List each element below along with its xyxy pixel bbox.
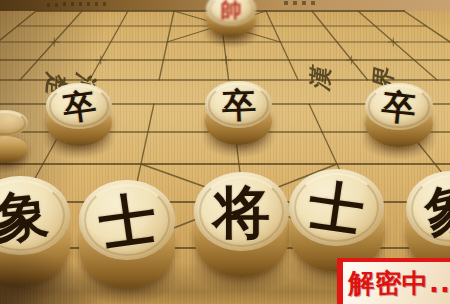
piece-black-elephant-c10[interactable]: 象 (0, 176, 70, 291)
piece-glyph: 将 (213, 183, 270, 240)
xiangqi-photo-stage: 楚河 漢界 帥卒卒卒象士将士象 解密中... (0, 0, 450, 304)
banner-label: 解密中... (348, 266, 450, 301)
piece-glyph: 士 (95, 188, 159, 252)
river-char: 漢 (307, 67, 332, 92)
piece-glyph: 卒 (380, 88, 417, 125)
piece-face: 卒 (365, 83, 433, 130)
piece-glyph: 象 (419, 177, 450, 240)
piece-black-advisor-d10[interactable]: 士 (79, 180, 175, 294)
piece-red-general-e1[interactable]: 帥 (206, 0, 256, 43)
piece-glyph: 士 (305, 176, 367, 238)
piece-glyph: 帥 (221, 0, 242, 20)
piece-black-soldier-c7[interactable]: 卒 (46, 83, 112, 152)
piece-face (0, 110, 28, 136)
piece-black-soldier-e7[interactable]: 卒 (205, 81, 272, 151)
piece-face: 士 (289, 169, 384, 246)
piece-face: 士 (79, 180, 175, 260)
piece-face: 卒 (205, 81, 272, 128)
status-banner: 解密中... (337, 258, 450, 304)
piece-glyph: 象 (0, 186, 50, 245)
piece-black-soldier-g7[interactable]: 卒 (365, 83, 433, 153)
piece-black-cannon-b8-face-hidden[interactable] (0, 110, 28, 168)
piece-face: 卒 (46, 83, 112, 129)
piece-glyph: 卒 (60, 87, 97, 124)
piece-glyph: 卒 (221, 87, 256, 122)
